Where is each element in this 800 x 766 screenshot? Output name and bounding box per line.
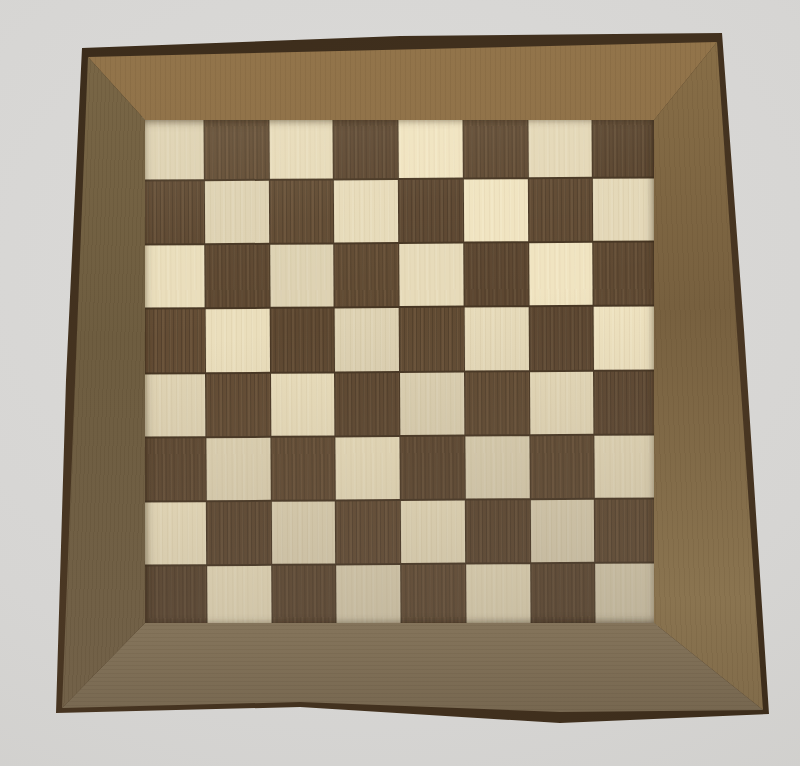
photo-background [0,0,800,766]
square-h1[interactable] [595,563,659,626]
square-e6[interactable] [399,244,463,307]
square-d2[interactable] [336,501,400,564]
square-g1[interactable] [531,564,595,627]
square-b3[interactable] [206,437,270,500]
square-e5[interactable] [400,308,464,371]
square-g2[interactable] [530,500,594,563]
square-a3[interactable] [141,438,205,501]
square-e2[interactable] [401,500,465,563]
square-b1[interactable] [207,566,271,629]
square-a8[interactable] [139,117,203,180]
square-h7[interactable] [593,179,657,242]
square-b6[interactable] [205,245,269,308]
square-h5[interactable] [594,307,658,370]
square-e8[interactable] [398,116,462,179]
square-h3[interactable] [595,435,659,498]
square-a4[interactable] [141,374,205,437]
square-a6[interactable] [140,245,204,308]
square-c2[interactable] [271,501,335,564]
square-e4[interactable] [400,372,464,435]
square-g6[interactable] [529,243,593,306]
square-g8[interactable] [528,115,592,178]
square-f6[interactable] [464,243,528,306]
square-f5[interactable] [464,308,528,371]
square-h4[interactable] [594,371,658,434]
square-b8[interactable] [204,117,268,180]
square-a2[interactable] [142,502,206,565]
chess-board [139,114,659,628]
square-c7[interactable] [269,181,333,244]
square-c3[interactable] [271,437,335,500]
square-h2[interactable] [595,499,659,562]
square-e1[interactable] [401,564,465,627]
square-c6[interactable] [270,245,334,308]
square-f2[interactable] [466,500,530,563]
square-b4[interactable] [206,373,270,436]
square-b7[interactable] [205,181,269,244]
square-e3[interactable] [400,436,464,499]
square-d3[interactable] [336,437,400,500]
square-f8[interactable] [463,115,527,178]
square-d8[interactable] [334,116,398,179]
square-b5[interactable] [205,309,269,372]
square-a1[interactable] [142,566,206,629]
square-g5[interactable] [529,307,593,370]
square-f7[interactable] [464,179,528,242]
square-h6[interactable] [593,243,657,306]
square-f3[interactable] [465,436,529,499]
square-g4[interactable] [530,371,594,434]
square-a5[interactable] [141,310,205,373]
square-d6[interactable] [334,244,398,307]
square-c5[interactable] [270,309,334,372]
square-g7[interactable] [528,179,592,242]
square-f4[interactable] [465,372,529,435]
square-d7[interactable] [334,180,398,243]
square-a7[interactable] [140,181,204,244]
square-d4[interactable] [335,373,399,436]
square-g3[interactable] [530,435,594,498]
square-e7[interactable] [399,180,463,243]
square-d1[interactable] [336,565,400,628]
square-b2[interactable] [207,502,271,565]
square-f1[interactable] [466,564,530,627]
square-h8[interactable] [593,114,657,177]
square-c4[interactable] [271,373,335,436]
board-area [139,114,659,628]
square-c1[interactable] [272,565,336,628]
square-d5[interactable] [335,308,399,371]
square-c8[interactable] [269,116,333,179]
